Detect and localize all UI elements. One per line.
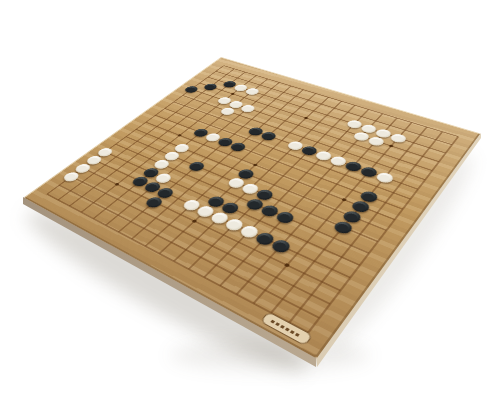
- board-points-grid: ●●●●●●●●●●●●●●●●●●●●●●●●●●●●●●●●●●●●●●●●…: [35, 61, 469, 345]
- go-board: ●●●●●●●●●●●●●●●●●●●●●●●●●●●●●●●●●●●●●●●●…: [24, 57, 481, 358]
- board-cast-shadow-front: [170, 340, 370, 370]
- product-photo-scene: ●●●●●●●●●●●●●●●●●●●●●●●●●●●●●●●●●●●●●●●●…: [0, 0, 500, 411]
